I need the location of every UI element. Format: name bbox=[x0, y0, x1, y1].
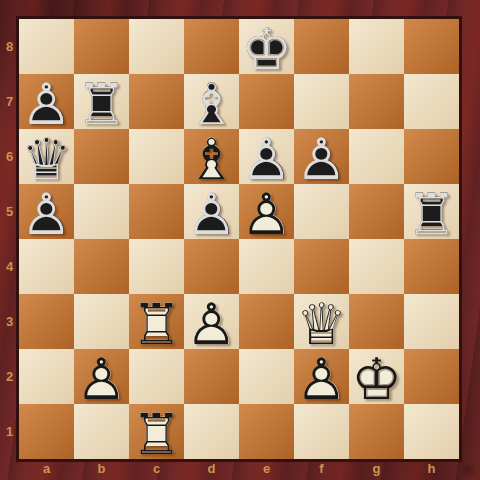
square-h2[interactable] bbox=[404, 349, 459, 404]
square-h7[interactable] bbox=[404, 74, 459, 129]
piece-glyph-outline: ♗ bbox=[184, 129, 239, 184]
piece-black-queen-a6[interactable]: ♛♕ bbox=[19, 129, 74, 184]
piece-black-pawn-e6[interactable]: ♟♙ bbox=[239, 129, 294, 184]
piece-black-pawn-a7[interactable]: ♟♙ bbox=[19, 74, 74, 129]
square-b1[interactable] bbox=[74, 404, 129, 459]
piece-glyph-outline: ♖ bbox=[74, 74, 129, 129]
piece-black-king-e8[interactable]: ♚♔ bbox=[239, 19, 294, 74]
piece-glyph-outline: ♙ bbox=[294, 129, 349, 184]
piece-white-rook-c3[interactable]: ♜♖ bbox=[129, 294, 184, 349]
square-a4[interactable] bbox=[19, 239, 74, 294]
square-b6[interactable] bbox=[74, 129, 129, 184]
square-d6[interactable]: ♝♗ bbox=[184, 129, 239, 184]
square-e4[interactable] bbox=[239, 239, 294, 294]
square-c6[interactable] bbox=[129, 129, 184, 184]
piece-glyph-outline: ♙ bbox=[294, 349, 349, 404]
square-f2[interactable]: ♟♙ bbox=[294, 349, 349, 404]
square-f8[interactable] bbox=[294, 19, 349, 74]
square-g5[interactable] bbox=[349, 184, 404, 239]
piece-glyph-outline: ♙ bbox=[239, 129, 294, 184]
file-label-h: h bbox=[404, 459, 459, 480]
piece-white-bishop-d6[interactable]: ♝♗ bbox=[184, 129, 239, 184]
square-f6[interactable]: ♟♙ bbox=[294, 129, 349, 184]
square-f5[interactable] bbox=[294, 184, 349, 239]
square-h8[interactable] bbox=[404, 19, 459, 74]
square-a2[interactable] bbox=[19, 349, 74, 404]
piece-black-pawn-f6[interactable]: ♟♙ bbox=[294, 129, 349, 184]
square-c3[interactable]: ♜♖ bbox=[129, 294, 184, 349]
piece-glyph-outline: ♙ bbox=[19, 184, 74, 239]
piece-white-pawn-b2[interactable]: ♟♙ bbox=[74, 349, 129, 404]
piece-glyph-outline: ♕ bbox=[294, 294, 349, 349]
piece-white-rook-c1[interactable]: ♜♖ bbox=[129, 404, 184, 459]
square-g6[interactable] bbox=[349, 129, 404, 184]
piece-glyph-outline: ♙ bbox=[239, 184, 294, 239]
square-c4[interactable] bbox=[129, 239, 184, 294]
file-label-g: g bbox=[349, 459, 404, 480]
square-h5[interactable]: ♜♖ bbox=[404, 184, 459, 239]
logo-watermark bbox=[460, 461, 477, 478]
square-b8[interactable] bbox=[74, 19, 129, 74]
square-g7[interactable] bbox=[349, 74, 404, 129]
square-h3[interactable] bbox=[404, 294, 459, 349]
square-e5[interactable]: ♟♙ bbox=[239, 184, 294, 239]
file-label-a: a bbox=[19, 459, 74, 480]
square-b5[interactable] bbox=[74, 184, 129, 239]
square-f4[interactable] bbox=[294, 239, 349, 294]
piece-white-pawn-f2[interactable]: ♟♙ bbox=[294, 349, 349, 404]
square-f3[interactable]: ♛♕ bbox=[294, 294, 349, 349]
rank-label-3: 3 bbox=[0, 294, 19, 349]
square-d7[interactable]: ♝♗ bbox=[184, 74, 239, 129]
square-d5[interactable]: ♟♙ bbox=[184, 184, 239, 239]
square-d8[interactable] bbox=[184, 19, 239, 74]
file-labels: abcdefgh bbox=[19, 459, 459, 480]
square-c8[interactable] bbox=[129, 19, 184, 74]
square-c5[interactable] bbox=[129, 184, 184, 239]
square-d2[interactable] bbox=[184, 349, 239, 404]
rank-label-2: 2 bbox=[0, 349, 19, 404]
square-c7[interactable] bbox=[129, 74, 184, 129]
piece-white-pawn-e5[interactable]: ♟♙ bbox=[239, 184, 294, 239]
square-h6[interactable] bbox=[404, 129, 459, 184]
piece-glyph-outline: ♙ bbox=[74, 349, 129, 404]
piece-white-queen-f3[interactable]: ♛♕ bbox=[294, 294, 349, 349]
piece-black-pawn-a5[interactable]: ♟♙ bbox=[19, 184, 74, 239]
square-b7[interactable]: ♜♖ bbox=[74, 74, 129, 129]
square-c1[interactable]: ♜♖ bbox=[129, 404, 184, 459]
square-e8[interactable]: ♚♔ bbox=[239, 19, 294, 74]
square-f1[interactable] bbox=[294, 404, 349, 459]
square-a1[interactable] bbox=[19, 404, 74, 459]
square-g8[interactable] bbox=[349, 19, 404, 74]
piece-glyph-outline: ♔ bbox=[239, 19, 294, 74]
rank-label-1: 1 bbox=[0, 404, 19, 459]
rank-labels: 87654321 bbox=[0, 19, 19, 459]
square-a8[interactable] bbox=[19, 19, 74, 74]
piece-glyph-outline: ♔ bbox=[349, 349, 404, 404]
piece-black-pawn-d5[interactable]: ♟♙ bbox=[184, 184, 239, 239]
piece-glyph-outline: ♕ bbox=[19, 129, 74, 184]
square-a6[interactable]: ♛♕ bbox=[19, 129, 74, 184]
square-g4[interactable] bbox=[349, 239, 404, 294]
square-a7[interactable]: ♟♙ bbox=[19, 74, 74, 129]
piece-white-pawn-d3[interactable]: ♟♙ bbox=[184, 294, 239, 349]
square-f7[interactable] bbox=[294, 74, 349, 129]
square-e2[interactable] bbox=[239, 349, 294, 404]
square-e6[interactable]: ♟♙ bbox=[239, 129, 294, 184]
file-label-e: e bbox=[239, 459, 294, 480]
square-b3[interactable] bbox=[74, 294, 129, 349]
square-e1[interactable] bbox=[239, 404, 294, 459]
piece-black-rook-h5[interactable]: ♜♖ bbox=[404, 184, 459, 239]
square-b2[interactable]: ♟♙ bbox=[74, 349, 129, 404]
square-e7[interactable] bbox=[239, 74, 294, 129]
piece-white-king-g2[interactable]: ♚♔ bbox=[349, 349, 404, 404]
rank-label-8: 8 bbox=[0, 19, 19, 74]
piece-glyph-outline: ♖ bbox=[129, 404, 184, 459]
piece-glyph-outline: ♗ bbox=[184, 74, 239, 129]
square-g3[interactable] bbox=[349, 294, 404, 349]
square-d1[interactable] bbox=[184, 404, 239, 459]
square-h4[interactable] bbox=[404, 239, 459, 294]
square-e3[interactable] bbox=[239, 294, 294, 349]
piece-glyph-outline: ♙ bbox=[184, 294, 239, 349]
square-a3[interactable] bbox=[19, 294, 74, 349]
piece-glyph-outline: ♖ bbox=[129, 294, 184, 349]
board-frame: 87654321 abcdefgh ♚♔♟♙♜♖♝♗♛♕♝♗♟♙♟♙♟♙♟♙♟♙… bbox=[0, 0, 480, 480]
rank-label-5: 5 bbox=[0, 184, 19, 239]
piece-glyph-outline: ♙ bbox=[184, 184, 239, 239]
file-label-f: f bbox=[294, 459, 349, 480]
rank-label-4: 4 bbox=[0, 239, 19, 294]
rank-label-7: 7 bbox=[0, 74, 19, 129]
square-d3[interactable]: ♟♙ bbox=[184, 294, 239, 349]
file-label-d: d bbox=[184, 459, 239, 480]
square-g2[interactable]: ♚♔ bbox=[349, 349, 404, 404]
square-g1[interactable] bbox=[349, 404, 404, 459]
piece-glyph-outline: ♖ bbox=[404, 184, 459, 239]
square-a5[interactable]: ♟♙ bbox=[19, 184, 74, 239]
file-label-b: b bbox=[74, 459, 129, 480]
square-d4[interactable] bbox=[184, 239, 239, 294]
piece-black-rook-b7[interactable]: ♜♖ bbox=[74, 74, 129, 129]
chess-board: ♚♔♟♙♜♖♝♗♛♕♝♗♟♙♟♙♟♙♟♙♟♙♜♖♜♖♟♙♛♕♟♙♟♙♚♔♜♖ bbox=[19, 19, 459, 459]
piece-black-bishop-d7[interactable]: ♝♗ bbox=[184, 74, 239, 129]
square-b4[interactable] bbox=[74, 239, 129, 294]
piece-glyph-outline: ♙ bbox=[19, 74, 74, 129]
square-c2[interactable] bbox=[129, 349, 184, 404]
square-h1[interactable] bbox=[404, 404, 459, 459]
rank-label-6: 6 bbox=[0, 129, 19, 184]
